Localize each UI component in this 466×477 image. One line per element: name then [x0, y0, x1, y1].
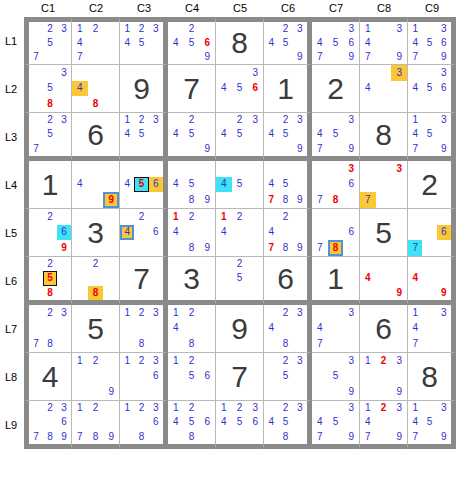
solved-digit: 5 — [360, 209, 407, 256]
solved-digit: 8 — [408, 353, 451, 400]
candidate-4: 4 — [168, 321, 184, 337]
candidate-grid: 4589 — [168, 161, 215, 208]
candidate-3: 3 — [57, 113, 71, 127]
candidate-5: 5 — [184, 127, 200, 141]
candidate-5: 5 — [422, 127, 436, 141]
candidate-4: 4 — [216, 225, 232, 241]
col-label-C7: C7 — [312, 2, 360, 17]
cell-L5C1[interactable]: 269 — [24, 209, 72, 257]
solved-digit: 2 — [408, 161, 451, 208]
cell-L2C2[interactable]: 48 — [72, 65, 120, 113]
candidate-8: 8 — [184, 240, 200, 256]
candidate-9: 9 — [57, 240, 71, 256]
cell-L5C5[interactable]: 124 — [216, 209, 264, 257]
candidate-3: 3 — [343, 161, 359, 177]
candidate-9: 9 — [343, 50, 359, 64]
candidate-4: 4 — [216, 127, 232, 141]
candidate-6: 6 — [149, 415, 163, 429]
candidate-9: 9 — [391, 430, 407, 444]
candidate-2: 2 — [278, 401, 292, 415]
candidate-2: 2 — [184, 305, 200, 321]
candidate-5: 5 — [184, 36, 200, 50]
cell-L5C3[interactable]: 246 — [120, 209, 168, 257]
candidate-grid: 1247 — [72, 22, 119, 64]
candidate-grid: 12489 — [168, 209, 215, 256]
candidate-4: 4 — [168, 225, 184, 241]
cell-L1C5[interactable]: 8 — [216, 17, 264, 65]
solved-digit: 4 — [29, 353, 71, 400]
candidate-grid: 235 — [264, 353, 307, 400]
candidate-6: 6 — [343, 225, 359, 241]
candidate-grid: 123479 — [360, 401, 407, 444]
cell-L9C8[interactable]: 123479 — [360, 401, 408, 449]
candidate-9: 9 — [199, 50, 215, 64]
row-label-L2: L2 — [2, 65, 24, 113]
candidate-grid: 129 — [72, 353, 119, 400]
candidate-5: 5 — [43, 81, 57, 97]
cell-L5C4[interactable]: 12489 — [168, 209, 216, 257]
candidate-grid: 258 — [29, 257, 71, 300]
candidate-1: 1 — [120, 305, 134, 321]
candidate-3: 3 — [343, 22, 359, 36]
candidate-2: 2 — [232, 113, 248, 127]
candidate-grid: 45789 — [264, 161, 307, 208]
candidate-7: 7 — [312, 142, 328, 156]
cell-L8C2[interactable]: 129 — [72, 353, 120, 401]
candidate-2: 2 — [43, 22, 57, 36]
candidate-grid: 49 — [408, 257, 451, 300]
col-label-C5: C5 — [216, 2, 264, 17]
candidate-4: 4 — [408, 271, 422, 285]
candidate-6: 6 — [343, 36, 359, 50]
candidate-9: 9 — [293, 192, 307, 208]
candidate-grid: 12345 — [120, 113, 163, 156]
candidate-3: 3 — [391, 161, 407, 177]
candidate-7: 7 — [360, 430, 376, 444]
candidate-7: 7 — [360, 50, 376, 64]
cell-L5C6[interactable]: 24789 — [264, 209, 312, 257]
cell-L3C2[interactable]: 6 — [72, 113, 120, 161]
candidate-9: 9 — [343, 430, 359, 444]
candidate-2: 2 — [134, 305, 148, 321]
candidate-grid: 246 — [120, 209, 163, 256]
candidate-1: 1 — [408, 401, 422, 415]
candidate-4: 4 — [312, 36, 328, 50]
candidate-grid: 345679 — [312, 22, 359, 64]
cell-L3C6[interactable]: 23459 — [264, 113, 312, 161]
candidate-6: 6 — [149, 177, 163, 193]
cell-L4C4[interactable]: 4589 — [168, 161, 216, 209]
cell-L4C1[interactable]: 1 — [24, 161, 72, 209]
candidate-grid: 1345679 — [408, 22, 451, 64]
candidate-3: 3 — [437, 65, 451, 81]
candidate-8: 8 — [134, 430, 148, 444]
candidate-3: 3 — [437, 401, 451, 415]
col-label-C1: C1 — [24, 2, 72, 17]
candidate-2: 2 — [134, 22, 148, 36]
candidate-2: 2 — [184, 353, 200, 369]
candidate-grid: 2345 — [216, 113, 263, 156]
cell-L3C7[interactable]: 34579 — [312, 113, 360, 161]
cell-L6C6[interactable]: 6 — [264, 257, 312, 305]
cell-L8C8[interactable]: 1239 — [360, 353, 408, 401]
cell-L6C3[interactable]: 7 — [120, 257, 168, 305]
candidate-1: 1 — [360, 353, 376, 369]
col-label-C2: C2 — [72, 2, 120, 17]
candidate-4: 4 — [264, 415, 278, 429]
candidate-5: 5 — [184, 415, 200, 429]
row-label-L1: L1 — [2, 17, 24, 65]
candidate-4: 4 — [312, 321, 328, 337]
candidate-6: 6 — [437, 36, 451, 50]
candidate-9: 9 — [199, 142, 215, 156]
candidate-2: 2 — [88, 257, 104, 271]
solved-digit: 8 — [360, 113, 407, 156]
candidate-1: 1 — [360, 401, 376, 415]
candidate-grid: 23459 — [264, 113, 307, 156]
candidate-8: 8 — [134, 336, 148, 352]
cell-L6C5[interactable]: 25 — [216, 257, 264, 305]
candidate-7: 7 — [312, 240, 328, 256]
candidate-grid: 2357 — [29, 22, 71, 64]
cell-L7C3[interactable]: 1238 — [120, 305, 168, 353]
cell-L4C8[interactable]: 37 — [360, 161, 408, 209]
candidate-grid: 49 — [360, 257, 407, 300]
candidate-4: 4 — [120, 225, 134, 241]
cell-L7C4[interactable]: 1248 — [168, 305, 216, 353]
cell-L6C2[interactable]: 28 — [72, 257, 120, 305]
cell-L8C3[interactable]: 1236 — [120, 353, 168, 401]
col-label-C6: C6 — [264, 2, 312, 17]
candidate-grid: 1248 — [168, 305, 215, 352]
cell-L7C5[interactable]: 9 — [216, 305, 264, 353]
candidate-7: 7 — [264, 240, 278, 256]
cell-L8C5[interactable]: 7 — [216, 353, 264, 401]
cell-L1C8[interactable]: 13479 — [360, 17, 408, 65]
cell-L6C4[interactable]: 3 — [168, 257, 216, 305]
cell-L8C4[interactable]: 1256 — [168, 353, 216, 401]
sudoku-app: C1C2C3C4C5C6C7C8C9L123571247123452456982… — [2, 2, 466, 449]
candidate-grid: 12368 — [120, 401, 163, 444]
candidate-6: 6 — [149, 369, 163, 385]
candidate-2: 2 — [278, 113, 292, 127]
candidate-7: 7 — [312, 50, 328, 64]
cell-L4C5[interactable]: 45 — [216, 161, 264, 209]
candidate-5: 5 — [134, 36, 148, 50]
cell-L7C8[interactable]: 6 — [360, 305, 408, 353]
candidate-5: 5 — [328, 415, 344, 429]
cell-L2C3[interactable]: 9 — [120, 65, 168, 113]
cell-L4C2[interactable]: 49 — [72, 161, 120, 209]
candidate-1: 1 — [120, 353, 134, 369]
cell-L6C8[interactable]: 49 — [360, 257, 408, 305]
candidate-2: 2 — [278, 353, 292, 369]
candidate-7: 7 — [408, 240, 422, 256]
cell-L1C6[interactable]: 23459 — [264, 17, 312, 65]
candidate-7: 7 — [312, 192, 328, 208]
candidate-2: 2 — [184, 113, 200, 127]
candidate-3: 3 — [247, 113, 263, 127]
candidate-3: 3 — [343, 113, 359, 127]
cell-L8C9[interactable]: 8 — [408, 353, 456, 401]
candidate-7: 7 — [72, 50, 88, 64]
candidate-5: 5 — [232, 271, 248, 285]
candidate-7: 7 — [408, 430, 422, 444]
cell-L8C1[interactable]: 4 — [24, 353, 72, 401]
candidate-4: 4 — [216, 415, 232, 429]
candidate-2: 2 — [278, 305, 292, 321]
candidate-5: 5 — [184, 369, 200, 385]
candidate-1: 1 — [168, 401, 184, 415]
cell-L9C6[interactable]: 23458 — [264, 401, 312, 449]
cell-L4C9[interactable]: 2 — [408, 161, 456, 209]
cell-L2C9[interactable]: 3456 — [408, 65, 456, 113]
cell-L1C3[interactable]: 12345 — [120, 17, 168, 65]
candidate-grid: 23459 — [264, 22, 307, 64]
candidate-5: 5 — [278, 177, 292, 193]
solved-digit: 5 — [72, 305, 119, 352]
candidate-5: 5 — [232, 81, 248, 97]
candidate-grid: 25 — [216, 257, 263, 300]
cell-L4C3[interactable]: 456 — [120, 161, 168, 209]
candidate-grid: 359 — [312, 353, 359, 400]
candidate-5: 5 — [232, 415, 248, 429]
cell-L9C1[interactable]: 236789 — [24, 401, 72, 449]
candidate-5: 5 — [184, 177, 200, 193]
candidate-9: 9 — [437, 286, 451, 300]
candidate-1: 1 — [216, 401, 232, 415]
cell-L3C8[interactable]: 8 — [360, 113, 408, 161]
candidate-3: 3 — [391, 22, 407, 36]
candidate-3: 3 — [57, 22, 71, 36]
candidate-3: 3 — [391, 353, 407, 369]
candidate-8: 8 — [43, 96, 57, 112]
candidate-8: 8 — [184, 430, 200, 444]
candidate-8: 8 — [88, 96, 104, 112]
cell-L1C1[interactable]: 2357 — [24, 17, 72, 65]
candidate-2: 2 — [232, 257, 248, 271]
candidate-5: 5 — [328, 369, 344, 385]
row-label-L4: L4 — [2, 161, 24, 209]
cell-L7C6[interactable]: 2348 — [264, 305, 312, 353]
cell-L7C9[interactable]: 1347 — [408, 305, 456, 353]
cell-L7C2[interactable]: 5 — [72, 305, 120, 353]
candidate-3: 3 — [57, 401, 71, 415]
candidate-grid: 34579 — [312, 401, 359, 444]
candidate-3: 3 — [293, 113, 307, 127]
candidate-grid: 34579 — [312, 113, 359, 156]
cell-L3C9[interactable]: 134579 — [408, 113, 456, 161]
candidate-2: 2 — [134, 209, 148, 225]
candidate-2: 2 — [88, 353, 104, 369]
candidate-4: 4 — [264, 321, 278, 337]
solved-digit: 1 — [312, 257, 359, 300]
candidate-7: 7 — [408, 50, 422, 64]
candidate-6: 6 — [343, 177, 359, 193]
candidate-6: 6 — [199, 369, 215, 385]
candidate-9: 9 — [343, 384, 359, 400]
cell-L3C1[interactable]: 2357 — [24, 113, 72, 161]
candidate-4: 4 — [168, 36, 184, 50]
candidate-4: 4 — [264, 225, 278, 241]
cell-L5C8[interactable]: 5 — [360, 209, 408, 257]
candidate-3: 3 — [293, 22, 307, 36]
cell-L1C4[interactable]: 24569 — [168, 17, 216, 65]
solved-digit: 6 — [360, 305, 407, 352]
cell-L5C2[interactable]: 3 — [72, 209, 120, 257]
candidate-grid: 1256 — [168, 353, 215, 400]
solved-digit: 1 — [29, 161, 71, 208]
candidate-6: 6 — [199, 415, 215, 429]
cell-L2C5[interactable]: 3456 — [216, 65, 264, 113]
candidate-4: 4 — [408, 36, 422, 50]
candidate-8: 8 — [278, 240, 292, 256]
cell-L8C7[interactable]: 359 — [312, 353, 360, 401]
candidate-3: 3 — [343, 401, 359, 415]
candidate-9: 9 — [199, 192, 215, 208]
cell-L9C2[interactable]: 12789 — [72, 401, 120, 449]
candidate-5: 5 — [278, 36, 292, 50]
candidate-3: 3 — [293, 305, 307, 321]
solved-digit: 9 — [120, 65, 163, 112]
candidate-3: 3 — [57, 305, 71, 321]
candidate-4: 4 — [72, 81, 88, 97]
candidate-4: 4 — [312, 415, 328, 429]
candidate-grid: 3456 — [216, 65, 263, 112]
candidate-7: 7 — [312, 336, 328, 352]
cell-L9C3[interactable]: 12368 — [120, 401, 168, 449]
cell-L5C9[interactable]: 67 — [408, 209, 456, 257]
candidate-3: 3 — [149, 113, 163, 127]
candidate-5: 5 — [43, 36, 57, 50]
candidate-4: 4 — [360, 36, 376, 50]
candidate-5: 5 — [134, 127, 148, 141]
candidate-4: 4 — [360, 81, 376, 97]
candidate-4: 4 — [312, 127, 328, 141]
candidate-5: 5 — [278, 369, 292, 385]
candidate-5: 5 — [278, 415, 292, 429]
candidate-3: 3 — [247, 65, 263, 81]
candidate-7: 7 — [408, 142, 422, 156]
candidate-grid: 1239 — [360, 353, 407, 400]
cell-L9C4[interactable]: 124568 — [168, 401, 216, 449]
candidate-grid: 236789 — [29, 401, 71, 444]
candidate-5: 5 — [43, 127, 57, 141]
candidate-grid: 2459 — [168, 113, 215, 156]
cell-L2C1[interactable]: 358 — [24, 65, 72, 113]
cell-L9C5[interactable]: 123456 — [216, 401, 264, 449]
cell-L6C1[interactable]: 258 — [24, 257, 72, 305]
cell-L2C8[interactable]: 34 — [360, 65, 408, 113]
candidate-4: 4 — [408, 415, 422, 429]
candidate-1: 1 — [120, 113, 134, 127]
candidate-grid: 124568 — [168, 401, 215, 444]
col-label-C3: C3 — [120, 2, 168, 17]
candidate-grid: 456 — [120, 161, 163, 208]
candidate-grid: 358 — [29, 65, 71, 112]
candidate-8: 8 — [43, 286, 57, 300]
candidate-1: 1 — [120, 401, 134, 415]
candidate-4: 4 — [120, 36, 134, 50]
candidate-1: 1 — [72, 401, 88, 415]
row-label-L8: L8 — [2, 353, 24, 401]
candidate-grid: 13479 — [360, 22, 407, 64]
candidate-grid: 2348 — [264, 305, 307, 352]
candidate-grid: 34 — [360, 65, 407, 112]
cell-L1C2[interactable]: 1247 — [72, 17, 120, 65]
cell-L1C9[interactable]: 1345679 — [408, 17, 456, 65]
candidate-grid: 24789 — [264, 209, 307, 256]
cell-L3C4[interactable]: 2459 — [168, 113, 216, 161]
candidate-9: 9 — [199, 240, 215, 256]
cell-L6C7[interactable]: 1 — [312, 257, 360, 305]
cell-L2C4[interactable]: 7 — [168, 65, 216, 113]
candidate-4: 4 — [408, 127, 422, 141]
candidate-5: 5 — [232, 127, 248, 141]
cell-L6C9[interactable]: 49 — [408, 257, 456, 305]
candidate-2: 2 — [43, 113, 57, 127]
candidate-4: 4 — [216, 177, 232, 193]
row-label-L5: L5 — [2, 209, 24, 257]
cell-L4C6[interactable]: 45789 — [264, 161, 312, 209]
solved-digit: 7 — [216, 353, 263, 400]
cell-L2C7[interactable]: 2 — [312, 65, 360, 113]
cell-L2C6[interactable]: 1 — [264, 65, 312, 113]
candidate-grid: 23458 — [264, 401, 307, 444]
cell-L9C7[interactable]: 34579 — [312, 401, 360, 449]
cell-L9C9[interactable]: 134579 — [408, 401, 456, 449]
candidate-1: 1 — [72, 22, 88, 36]
candidate-2: 2 — [184, 209, 200, 225]
cell-L5C7[interactable]: 678 — [312, 209, 360, 257]
cell-L4C7[interactable]: 3678 — [312, 161, 360, 209]
solved-digit: 6 — [72, 113, 119, 156]
candidate-grid: 1347 — [408, 305, 451, 352]
row-label-L7: L7 — [2, 305, 24, 353]
candidate-3: 3 — [293, 353, 307, 369]
candidate-7: 7 — [29, 430, 43, 444]
candidate-3: 3 — [149, 305, 163, 321]
candidate-4: 4 — [264, 127, 278, 141]
candidate-4: 4 — [360, 415, 376, 429]
candidate-grid: 2357 — [29, 113, 71, 156]
candidate-6: 6 — [57, 225, 71, 241]
cell-L3C3[interactable]: 12345 — [120, 113, 168, 161]
solved-digit: 3 — [168, 257, 215, 300]
row-label-L6: L6 — [2, 257, 24, 305]
cell-L1C7[interactable]: 345679 — [312, 17, 360, 65]
candidate-4: 4 — [216, 81, 232, 97]
candidate-2: 2 — [376, 353, 392, 369]
candidate-grid: 124 — [216, 209, 263, 256]
cell-L8C6[interactable]: 235 — [264, 353, 312, 401]
candidate-grid: 37 — [360, 161, 407, 208]
candidate-2: 2 — [134, 401, 148, 415]
cell-L3C5[interactable]: 2345 — [216, 113, 264, 161]
candidate-3: 3 — [149, 353, 163, 369]
candidate-6: 6 — [437, 81, 451, 97]
candidate-2: 2 — [43, 209, 57, 225]
candidate-grid: 3678 — [312, 161, 359, 208]
candidate-grid: 45 — [216, 161, 263, 208]
candidate-9: 9 — [391, 286, 407, 300]
candidate-8: 8 — [184, 336, 200, 352]
candidate-5: 5 — [232, 177, 248, 193]
cell-L7C7[interactable]: 347 — [312, 305, 360, 353]
candidate-3: 3 — [391, 65, 407, 81]
candidate-grid: 49 — [72, 161, 119, 208]
cell-L7C1[interactable]: 2378 — [24, 305, 72, 353]
